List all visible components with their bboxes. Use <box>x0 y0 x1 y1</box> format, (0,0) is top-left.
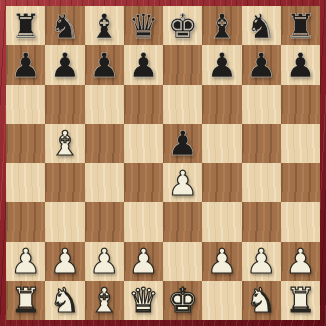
square-d2[interactable]: ♟ <box>124 242 163 281</box>
square-b8[interactable]: ♞ <box>45 6 84 45</box>
square-a2[interactable]: ♟ <box>6 242 45 281</box>
square-e8[interactable]: ♚ <box>163 6 202 45</box>
square-c3[interactable] <box>85 202 124 241</box>
white-bishop[interactable]: ♝ <box>50 126 80 160</box>
black-queen[interactable]: ♛ <box>128 9 158 43</box>
square-a5[interactable] <box>6 124 45 163</box>
square-f3[interactable] <box>202 202 241 241</box>
square-a8[interactable]: ♜ <box>6 6 45 45</box>
square-e2[interactable] <box>163 242 202 281</box>
black-pawn[interactable]: ♟ <box>246 48 276 82</box>
square-f5[interactable] <box>202 124 241 163</box>
square-h2[interactable]: ♟ <box>281 242 320 281</box>
square-f6[interactable] <box>202 85 241 124</box>
square-b7[interactable]: ♟ <box>45 45 84 84</box>
square-e3[interactable] <box>163 202 202 241</box>
square-h5[interactable] <box>281 124 320 163</box>
square-b1[interactable]: ♞ <box>45 281 84 320</box>
square-a7[interactable]: ♟ <box>6 45 45 84</box>
white-pawn[interactable]: ♟ <box>128 244 158 278</box>
square-f7[interactable]: ♟ <box>202 45 241 84</box>
square-h1[interactable]: ♜ <box>281 281 320 320</box>
black-rook[interactable]: ♜ <box>285 9 315 43</box>
square-d1[interactable]: ♛ <box>124 281 163 320</box>
white-knight[interactable]: ♞ <box>50 283 80 317</box>
square-e1[interactable]: ♚ <box>163 281 202 320</box>
square-h8[interactable]: ♜ <box>281 6 320 45</box>
square-c6[interactable] <box>85 85 124 124</box>
black-pawn[interactable]: ♟ <box>167 126 197 160</box>
square-h3[interactable] <box>281 202 320 241</box>
square-e4[interactable]: ♟ <box>163 163 202 202</box>
white-pawn[interactable]: ♟ <box>246 244 276 278</box>
square-f4[interactable] <box>202 163 241 202</box>
square-b3[interactable] <box>45 202 84 241</box>
square-d6[interactable] <box>124 85 163 124</box>
black-pawn[interactable]: ♟ <box>89 48 119 82</box>
black-pawn[interactable]: ♟ <box>10 48 40 82</box>
black-pawn[interactable]: ♟ <box>128 48 158 82</box>
square-c8[interactable]: ♝ <box>85 6 124 45</box>
square-d7[interactable]: ♟ <box>124 45 163 84</box>
black-pawn[interactable]: ♟ <box>285 48 315 82</box>
square-d5[interactable] <box>124 124 163 163</box>
white-rook[interactable]: ♜ <box>10 283 40 317</box>
square-b2[interactable]: ♟ <box>45 242 84 281</box>
white-pawn[interactable]: ♟ <box>207 244 237 278</box>
white-pawn[interactable]: ♟ <box>285 244 315 278</box>
white-king[interactable]: ♚ <box>167 283 197 317</box>
black-pawn[interactable]: ♟ <box>50 48 80 82</box>
square-g3[interactable] <box>242 202 281 241</box>
white-pawn[interactable]: ♟ <box>50 244 80 278</box>
square-c1[interactable]: ♝ <box>85 281 124 320</box>
square-g5[interactable] <box>242 124 281 163</box>
square-a3[interactable] <box>6 202 45 241</box>
square-f2[interactable]: ♟ <box>202 242 241 281</box>
white-rook[interactable]: ♜ <box>285 283 315 317</box>
square-c2[interactable]: ♟ <box>85 242 124 281</box>
black-rook[interactable]: ♜ <box>10 9 40 43</box>
square-g1[interactable]: ♞ <box>242 281 281 320</box>
black-knight[interactable]: ♞ <box>246 9 276 43</box>
square-f8[interactable]: ♝ <box>202 6 241 45</box>
square-g6[interactable] <box>242 85 281 124</box>
square-c7[interactable]: ♟ <box>85 45 124 84</box>
square-d4[interactable] <box>124 163 163 202</box>
square-b4[interactable] <box>45 163 84 202</box>
square-b6[interactable] <box>45 85 84 124</box>
white-pawn[interactable]: ♟ <box>167 166 197 200</box>
white-pawn[interactable]: ♟ <box>10 244 40 278</box>
square-a1[interactable]: ♜ <box>6 281 45 320</box>
square-h4[interactable] <box>281 163 320 202</box>
square-d3[interactable] <box>124 202 163 241</box>
square-c5[interactable] <box>85 124 124 163</box>
square-g7[interactable]: ♟ <box>242 45 281 84</box>
black-knight[interactable]: ♞ <box>50 9 80 43</box>
square-a4[interactable] <box>6 163 45 202</box>
square-g8[interactable]: ♞ <box>242 6 281 45</box>
white-pawn[interactable]: ♟ <box>89 244 119 278</box>
black-pawn[interactable]: ♟ <box>207 48 237 82</box>
white-knight[interactable]: ♞ <box>246 283 276 317</box>
chess-board: ♜♞♝♛♚♝♞♜♟♟♟♟♟♟♟♝♟♟♟♟♟♟♟♟♟♜♞♝♛♚♞♜ <box>6 6 320 320</box>
square-h7[interactable]: ♟ <box>281 45 320 84</box>
square-h6[interactable] <box>281 85 320 124</box>
white-queen[interactable]: ♛ <box>128 283 158 317</box>
square-e5[interactable]: ♟ <box>163 124 202 163</box>
white-bishop[interactable]: ♝ <box>89 283 119 317</box>
square-c4[interactable] <box>85 163 124 202</box>
square-g2[interactable]: ♟ <box>242 242 281 281</box>
black-king[interactable]: ♚ <box>167 9 197 43</box>
square-g4[interactable] <box>242 163 281 202</box>
square-e6[interactable] <box>163 85 202 124</box>
black-bishop[interactable]: ♝ <box>89 9 119 43</box>
black-bishop[interactable]: ♝ <box>207 9 237 43</box>
square-a6[interactable] <box>6 85 45 124</box>
square-d8[interactable]: ♛ <box>124 6 163 45</box>
square-e7[interactable] <box>163 45 202 84</box>
square-f1[interactable] <box>202 281 241 320</box>
square-b5[interactable]: ♝ <box>45 124 84 163</box>
chess-board-frame: ♜♞♝♛♚♝♞♜♟♟♟♟♟♟♟♝♟♟♟♟♟♟♟♟♟♜♞♝♛♚♞♜ <box>0 0 326 326</box>
